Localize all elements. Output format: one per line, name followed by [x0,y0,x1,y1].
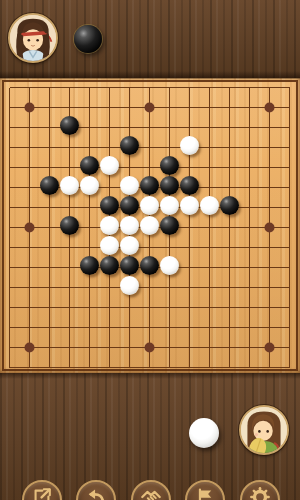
opponent-panel [0,0,300,78]
white-stone [100,216,119,235]
black-stone [80,256,99,275]
resign-button[interactable] [185,480,225,500]
gear-icon [249,486,271,500]
black-stone [180,176,199,195]
player-white-stone-indicator [189,418,219,448]
white-stone [60,176,79,195]
opponent-avatar[interactable] [8,13,58,63]
black-stone [100,256,119,275]
gomoku-app [0,0,300,500]
white-stone [180,136,199,155]
white-stone [120,176,139,195]
flag-icon [194,486,216,500]
white-stone [140,196,159,215]
star-point [265,343,275,353]
black-stone [100,196,119,215]
star-point [145,343,155,353]
black-stone [160,176,179,195]
board[interactable] [0,78,300,373]
white-stone [120,216,139,235]
black-stone [140,176,159,195]
white-stone [120,236,139,255]
handshake-icon [140,486,162,500]
draw-button[interactable] [131,480,171,500]
white-stone [120,276,139,295]
undo-button[interactable] [76,480,116,500]
star-point [25,343,35,353]
black-stone [140,256,159,275]
black-stone [80,156,99,175]
star-point [265,223,275,233]
black-stone [160,156,179,175]
player-panel [0,373,300,500]
star-point [25,103,35,113]
white-stone [140,216,159,235]
star-point [145,103,155,113]
exit-button[interactable] [22,480,62,500]
black-stone [60,116,79,135]
white-stone [160,256,179,275]
black-stone [160,216,179,235]
opponent-black-stone-indicator [74,25,102,53]
black-stone [120,196,139,215]
settings-button[interactable] [240,480,280,500]
white-stone [100,156,119,175]
player-avatar[interactable] [239,405,289,455]
black-stone [120,256,139,275]
star-point [265,103,275,113]
black-stone [40,176,59,195]
white-stone [80,176,99,195]
black-stone [60,216,79,235]
opponent-avatar-art [10,15,56,61]
black-stone [220,196,239,215]
exit-arrow-icon [31,486,53,500]
undo-arrow-icon [85,486,107,500]
white-stone [100,236,119,255]
white-stone [180,196,199,215]
white-stone [160,196,179,215]
star-point [25,223,35,233]
player-avatar-art [241,407,287,453]
black-stone [120,136,139,155]
white-stone [200,196,219,215]
